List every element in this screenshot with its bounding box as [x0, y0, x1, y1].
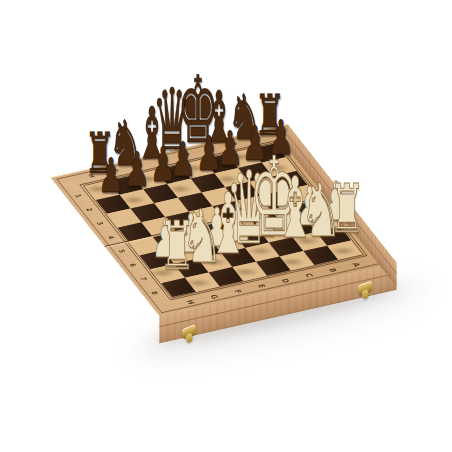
file-label-far-D: D [181, 152, 190, 156]
brass-clasp-right [358, 281, 372, 296]
chess-set-photo: HGFEDCBAHGFEDCBA1234567812345678 ♜♞♝♛♚♝♞… [0, 0, 452, 452]
